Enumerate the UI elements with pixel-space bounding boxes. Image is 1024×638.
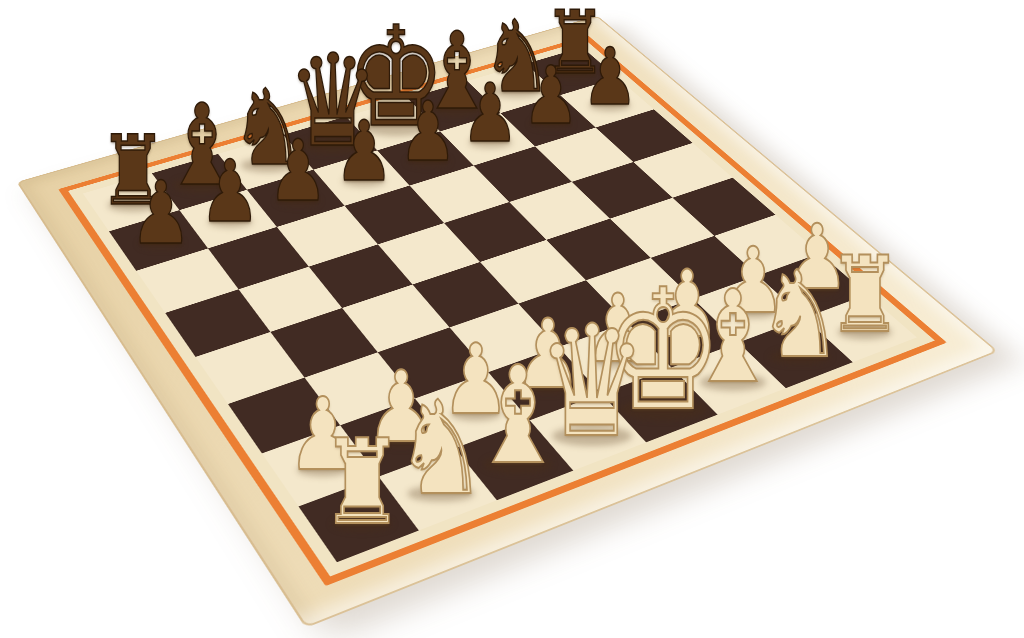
board-grid	[83, 47, 917, 562]
chess-board-3d-scene	[17, 16, 999, 628]
product-photo-stage: ♜♝♞♛♚♝♞♜♟♟♟♟♟♟♟♟♟♟♟♟♟♟♟♟♜♞♝♛♚♝♞♜	[0, 0, 1024, 638]
